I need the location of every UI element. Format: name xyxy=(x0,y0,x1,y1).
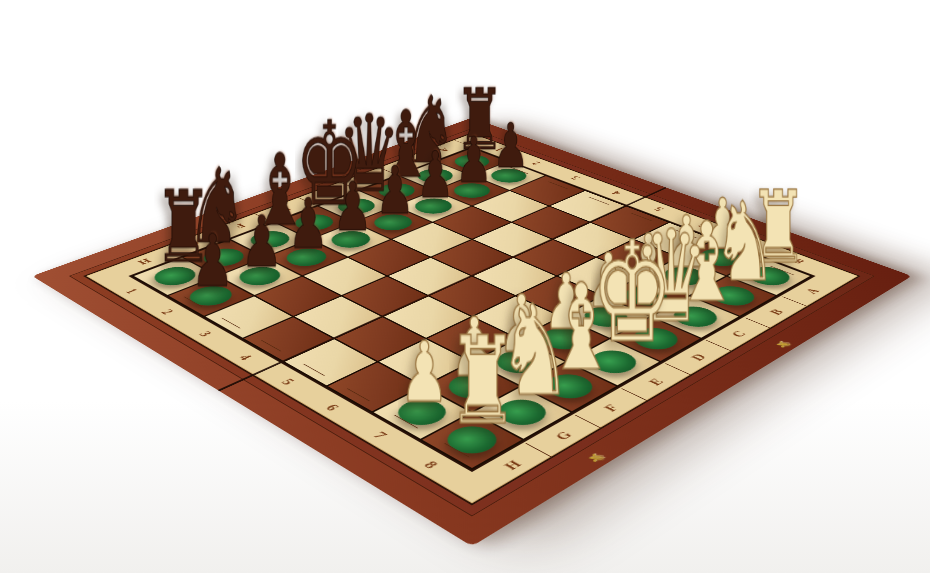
piece-dark-pawn[interactable]: ♟ xyxy=(189,224,235,297)
chess-board: HGFEDCBA HGFEDCBA 12345678 12345678 ♜♞♝♚… xyxy=(69,128,875,516)
piece-dark-pawn[interactable]: ♟ xyxy=(331,173,374,240)
piece-dark-pawn[interactable]: ♟ xyxy=(286,189,330,258)
piece-dark-pawn[interactable]: ♟ xyxy=(239,206,284,277)
piece-dark-pawn[interactable]: ♟ xyxy=(454,128,494,191)
playing-field: ♜♞♝♚♛♝♞♜♟♟♟♟♟♟♟♟♟♟♟♟♟♟♟♟♜♞♝♚♛♝♞♜ xyxy=(128,146,815,472)
piece-light-rook[interactable]: ♜ xyxy=(447,321,502,442)
piece-dark-pawn[interactable]: ♟ xyxy=(374,157,416,223)
photo-stage: HGFEDCBA HGFEDCBA 12345678 12345678 ♜♞♝♚… xyxy=(0,0,930,573)
rank-label-6: 6 xyxy=(293,388,370,428)
piece-dark-pawn[interactable]: ♟ xyxy=(491,115,530,177)
piece-dark-pawn[interactable]: ♟ xyxy=(415,142,456,206)
piece-light-pawn[interactable]: ♟ xyxy=(398,330,451,414)
squares-grid: ♜♞♝♚♛♝♞♜♟♟♟♟♟♟♟♟♟♟♟♟♟♟♟♟♜♞♝♚♛♝♞♜ xyxy=(131,147,813,470)
